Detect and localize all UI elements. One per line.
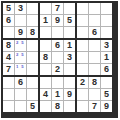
cell-r7c5[interactable] xyxy=(52,77,63,88)
cell-r1c2[interactable]: 3 xyxy=(15,3,26,14)
cell-r7c8[interactable]: 8 xyxy=(89,77,100,88)
pencil-marks: 2 5 xyxy=(16,41,24,45)
digit: 3 xyxy=(67,53,72,62)
digit: 6 xyxy=(18,78,23,87)
cell-r9c7[interactable] xyxy=(77,101,88,112)
cell-r7c4[interactable] xyxy=(40,77,51,88)
cell-r1c1[interactable]: 5 xyxy=(3,3,14,14)
cell-r3c7[interactable] xyxy=(77,27,88,38)
digit: 2 xyxy=(55,65,60,74)
cell-r3c1[interactable] xyxy=(3,27,14,38)
cell-r8c6[interactable]: 9 xyxy=(64,89,75,100)
digit: 7 xyxy=(55,4,60,13)
sudoku-box-6: 316 xyxy=(77,40,112,75)
cell-r9c1[interactable] xyxy=(3,101,14,112)
cell-r2c1[interactable]: 6 xyxy=(3,15,14,26)
cell-r9c4[interactable] xyxy=(40,101,51,112)
cell-r8c2[interactable] xyxy=(15,89,26,100)
digit: 6 xyxy=(92,28,97,37)
cell-r8c1[interactable] xyxy=(3,89,14,100)
cell-r5c2[interactable]: 2 5 xyxy=(15,52,26,63)
cell-r7c7[interactable]: 2 xyxy=(77,77,88,88)
cell-r1c7[interactable] xyxy=(77,3,88,14)
cell-r7c3[interactable] xyxy=(27,77,38,88)
cell-r6c6[interactable] xyxy=(64,64,75,75)
cell-r5c8[interactable] xyxy=(89,52,100,63)
digit: 7 xyxy=(92,102,97,111)
digit: 9 xyxy=(67,90,72,99)
cell-r2c5[interactable]: 9 xyxy=(52,15,63,26)
digit: 1 xyxy=(43,16,48,25)
digit: 1 xyxy=(55,90,60,99)
digit: 8 xyxy=(55,102,60,111)
cell-r9c5[interactable]: 8 xyxy=(52,101,63,112)
digit: 9 xyxy=(104,102,109,111)
cell-r4c3[interactable] xyxy=(27,40,38,51)
cell-r4c1[interactable]: 8 xyxy=(3,40,14,51)
cell-r5c5[interactable] xyxy=(52,52,63,63)
digit: 1 xyxy=(104,53,109,62)
cell-r6c8[interactable] xyxy=(89,64,100,75)
digit: 5 xyxy=(6,4,11,13)
cell-r2c2[interactable] xyxy=(15,15,26,26)
digit: 9 xyxy=(18,28,23,37)
cell-r6c4[interactable] xyxy=(40,64,51,75)
cell-r2c6[interactable]: 5 xyxy=(64,15,75,26)
cell-r1c8[interactable] xyxy=(89,3,100,14)
cell-r7c2[interactable]: 6 xyxy=(15,77,26,88)
cell-r6c9[interactable]: 6 xyxy=(101,64,112,75)
sudoku-board: 536987195682 542 571 5618323166541982857… xyxy=(1,1,118,118)
cell-r5c3[interactable] xyxy=(27,52,38,63)
cell-r7c1[interactable] xyxy=(3,77,14,88)
sudoku-box-5: 61832 xyxy=(40,40,75,75)
cell-r6c3[interactable] xyxy=(27,64,38,75)
digit: 8 xyxy=(30,28,35,37)
cell-r5c9[interactable]: 1 xyxy=(101,52,112,63)
pencil-marks: 1 5 xyxy=(16,65,24,69)
cell-r8c4[interactable]: 4 xyxy=(40,89,51,100)
digit: 8 xyxy=(6,41,11,50)
cell-r3c4[interactable] xyxy=(40,27,51,38)
digit: 1 xyxy=(67,41,72,50)
cell-r4c6[interactable]: 1 xyxy=(64,40,75,51)
cell-r2c8[interactable] xyxy=(89,15,100,26)
cell-r7c6[interactable] xyxy=(64,77,75,88)
sudoku-box-2: 7195 xyxy=(40,3,75,38)
digit: 3 xyxy=(104,41,109,50)
cell-r3c6[interactable] xyxy=(64,27,75,38)
cell-r9c9[interactable]: 9 xyxy=(101,101,112,112)
cell-r5c4[interactable]: 8 xyxy=(40,52,51,63)
sudoku-box-8: 4198 xyxy=(40,77,75,112)
cell-r4c7[interactable] xyxy=(77,40,88,51)
cell-r1c4[interactable] xyxy=(40,3,51,14)
sudoku-box-4: 82 542 571 5 xyxy=(3,40,38,75)
digit: 7 xyxy=(6,65,11,74)
cell-r8c5[interactable]: 1 xyxy=(52,89,63,100)
cell-r1c6[interactable] xyxy=(64,3,75,14)
cell-r2c9[interactable] xyxy=(101,15,112,26)
cell-r3c8[interactable]: 6 xyxy=(89,27,100,38)
sudoku-box-3: 6 xyxy=(77,3,112,38)
digit: 5 xyxy=(30,102,35,111)
cell-r6c5[interactable]: 2 xyxy=(52,64,63,75)
cell-r3c2[interactable]: 9 xyxy=(15,27,26,38)
cell-r6c7[interactable] xyxy=(77,64,88,75)
cell-r4c4[interactable] xyxy=(40,40,51,51)
cell-r1c9[interactable] xyxy=(101,3,112,14)
cell-r3c5[interactable] xyxy=(52,27,63,38)
sudoku-box-1: 53698 xyxy=(3,3,38,38)
cell-r4c8[interactable] xyxy=(89,40,100,51)
cell-r9c2[interactable] xyxy=(15,101,26,112)
cell-r8c3[interactable] xyxy=(27,89,38,100)
cell-r2c3[interactable] xyxy=(27,15,38,26)
digit: 9 xyxy=(55,16,60,25)
cell-r5c6[interactable]: 3 xyxy=(64,52,75,63)
sudoku-box-9: 28579 xyxy=(77,77,112,112)
digit: 2 xyxy=(80,78,85,87)
digit: 4 xyxy=(43,90,48,99)
cell-r6c2[interactable]: 1 5 xyxy=(15,64,26,75)
cell-r6c1[interactable]: 7 xyxy=(3,64,14,75)
cell-r3c9[interactable] xyxy=(101,27,112,38)
cell-r7c9[interactable] xyxy=(101,77,112,88)
cell-r1c5[interactable]: 7 xyxy=(52,3,63,14)
cell-r9c8[interactable]: 7 xyxy=(89,101,100,112)
cell-r5c7[interactable] xyxy=(77,52,88,63)
cell-r4c9[interactable]: 3 xyxy=(101,40,112,51)
digit: 3 xyxy=(18,4,23,13)
digit: 6 xyxy=(6,16,11,25)
cell-r3c3[interactable]: 8 xyxy=(27,27,38,38)
digit: 4 xyxy=(6,53,11,62)
cell-r4c5[interactable]: 6 xyxy=(52,40,63,51)
cell-r8c7[interactable] xyxy=(77,89,88,100)
cell-r1c3[interactable] xyxy=(27,3,38,14)
cell-r8c8[interactable] xyxy=(89,89,100,100)
cell-r9c6[interactable] xyxy=(64,101,75,112)
digit: 6 xyxy=(104,65,109,74)
cell-r5c1[interactable]: 4 xyxy=(3,52,14,63)
cell-r9c3[interactable]: 5 xyxy=(27,101,38,112)
digit: 5 xyxy=(104,90,109,99)
cell-r2c4[interactable]: 1 xyxy=(40,15,51,26)
digit: 8 xyxy=(43,53,48,62)
pencil-marks: 2 5 xyxy=(16,53,24,57)
cell-r2c7[interactable] xyxy=(77,15,88,26)
cell-r8c9[interactable]: 5 xyxy=(101,89,112,100)
digit: 8 xyxy=(92,78,97,87)
digit: 6 xyxy=(55,41,60,50)
cell-r4c2[interactable]: 2 5 xyxy=(15,40,26,51)
sudoku-box-7: 65 xyxy=(3,77,38,112)
digit: 5 xyxy=(67,16,72,25)
